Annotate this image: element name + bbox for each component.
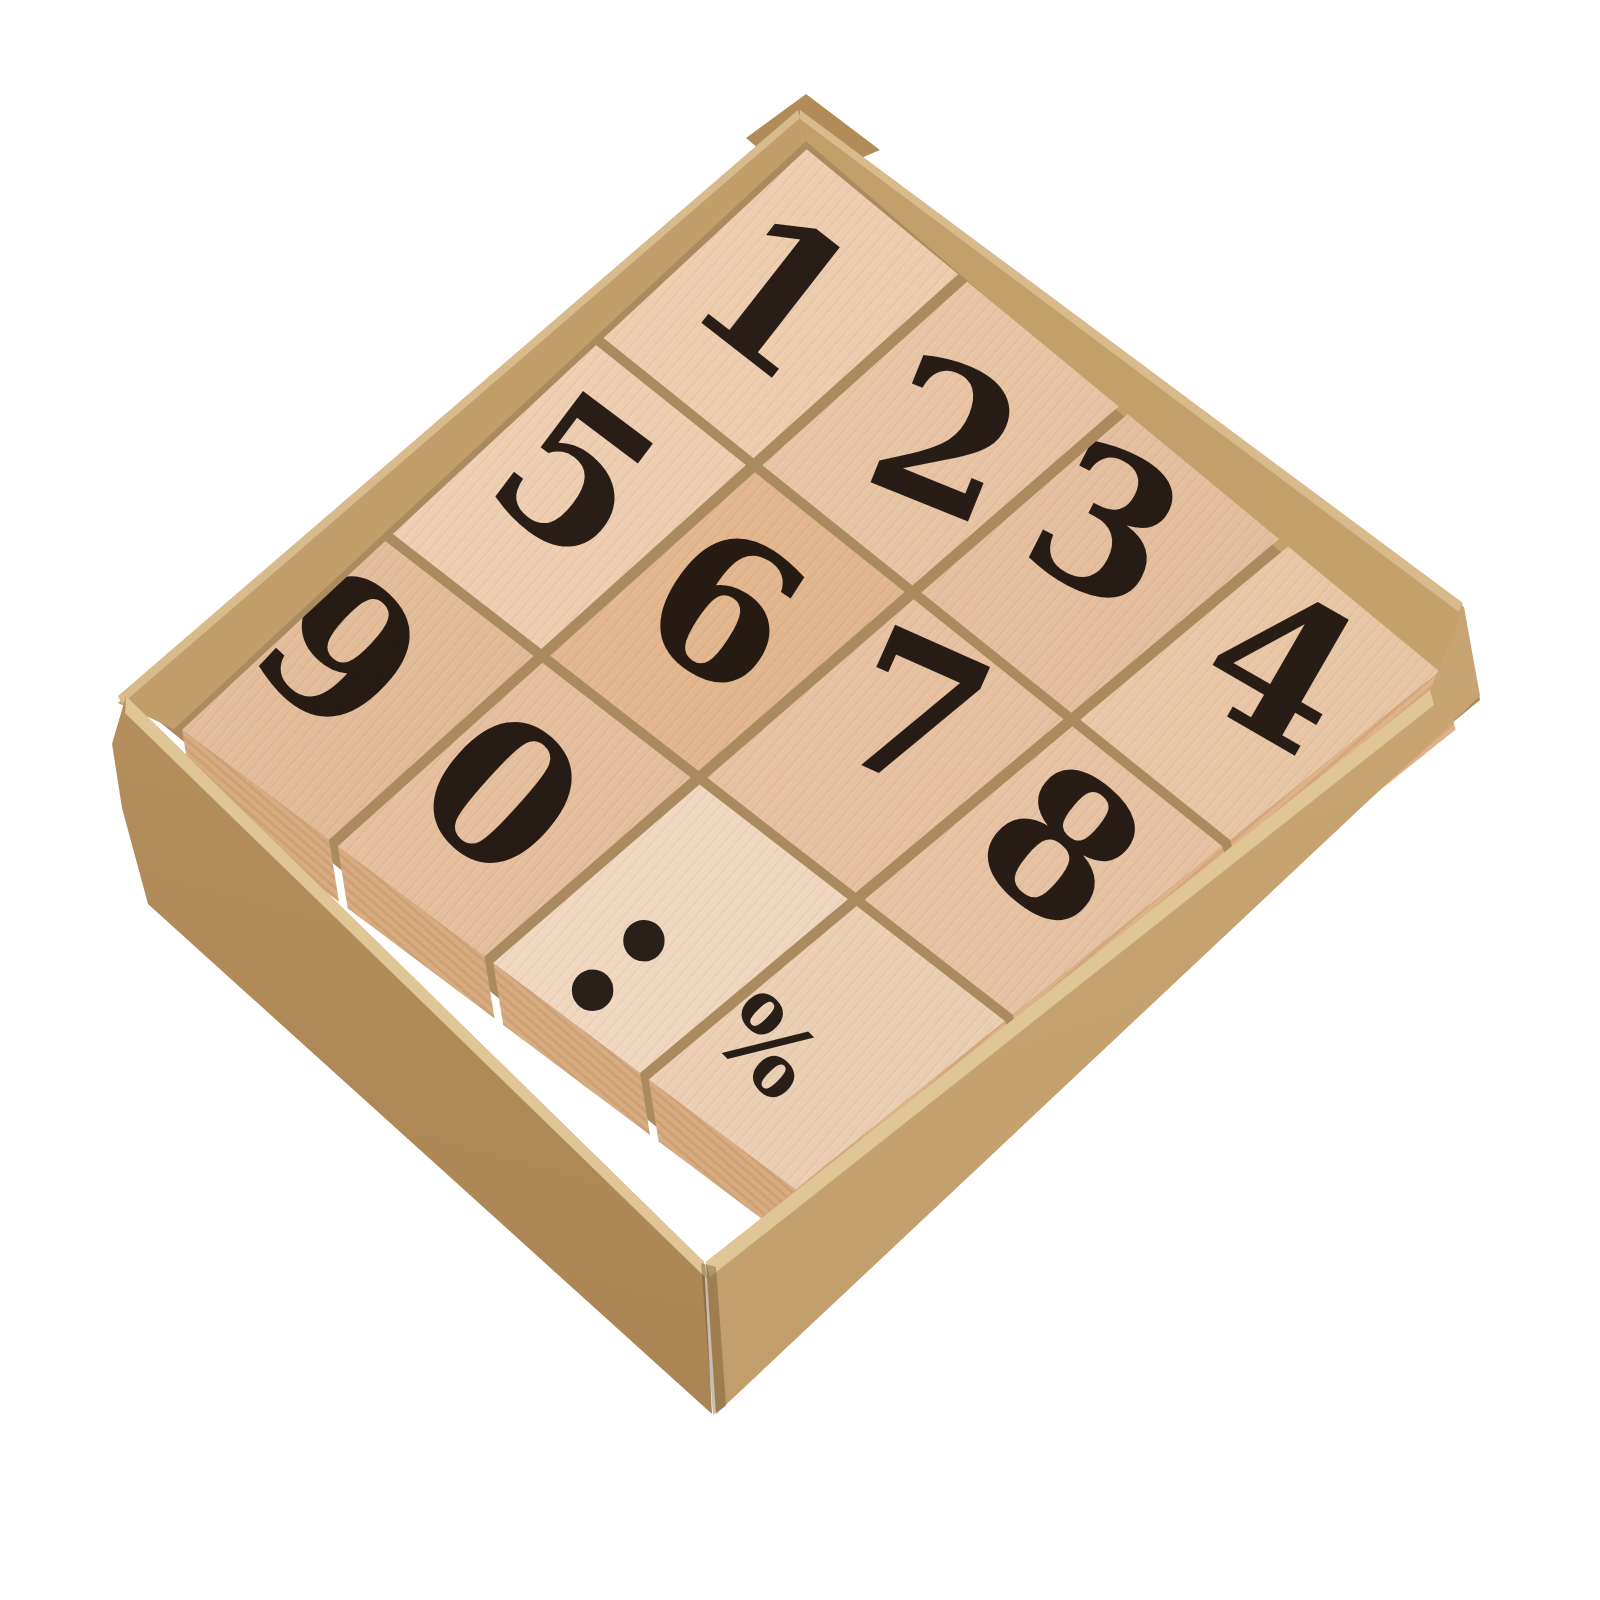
product-photo-wooden-number-stamp-set: 1234567890:% bbox=[0, 0, 1600, 1600]
